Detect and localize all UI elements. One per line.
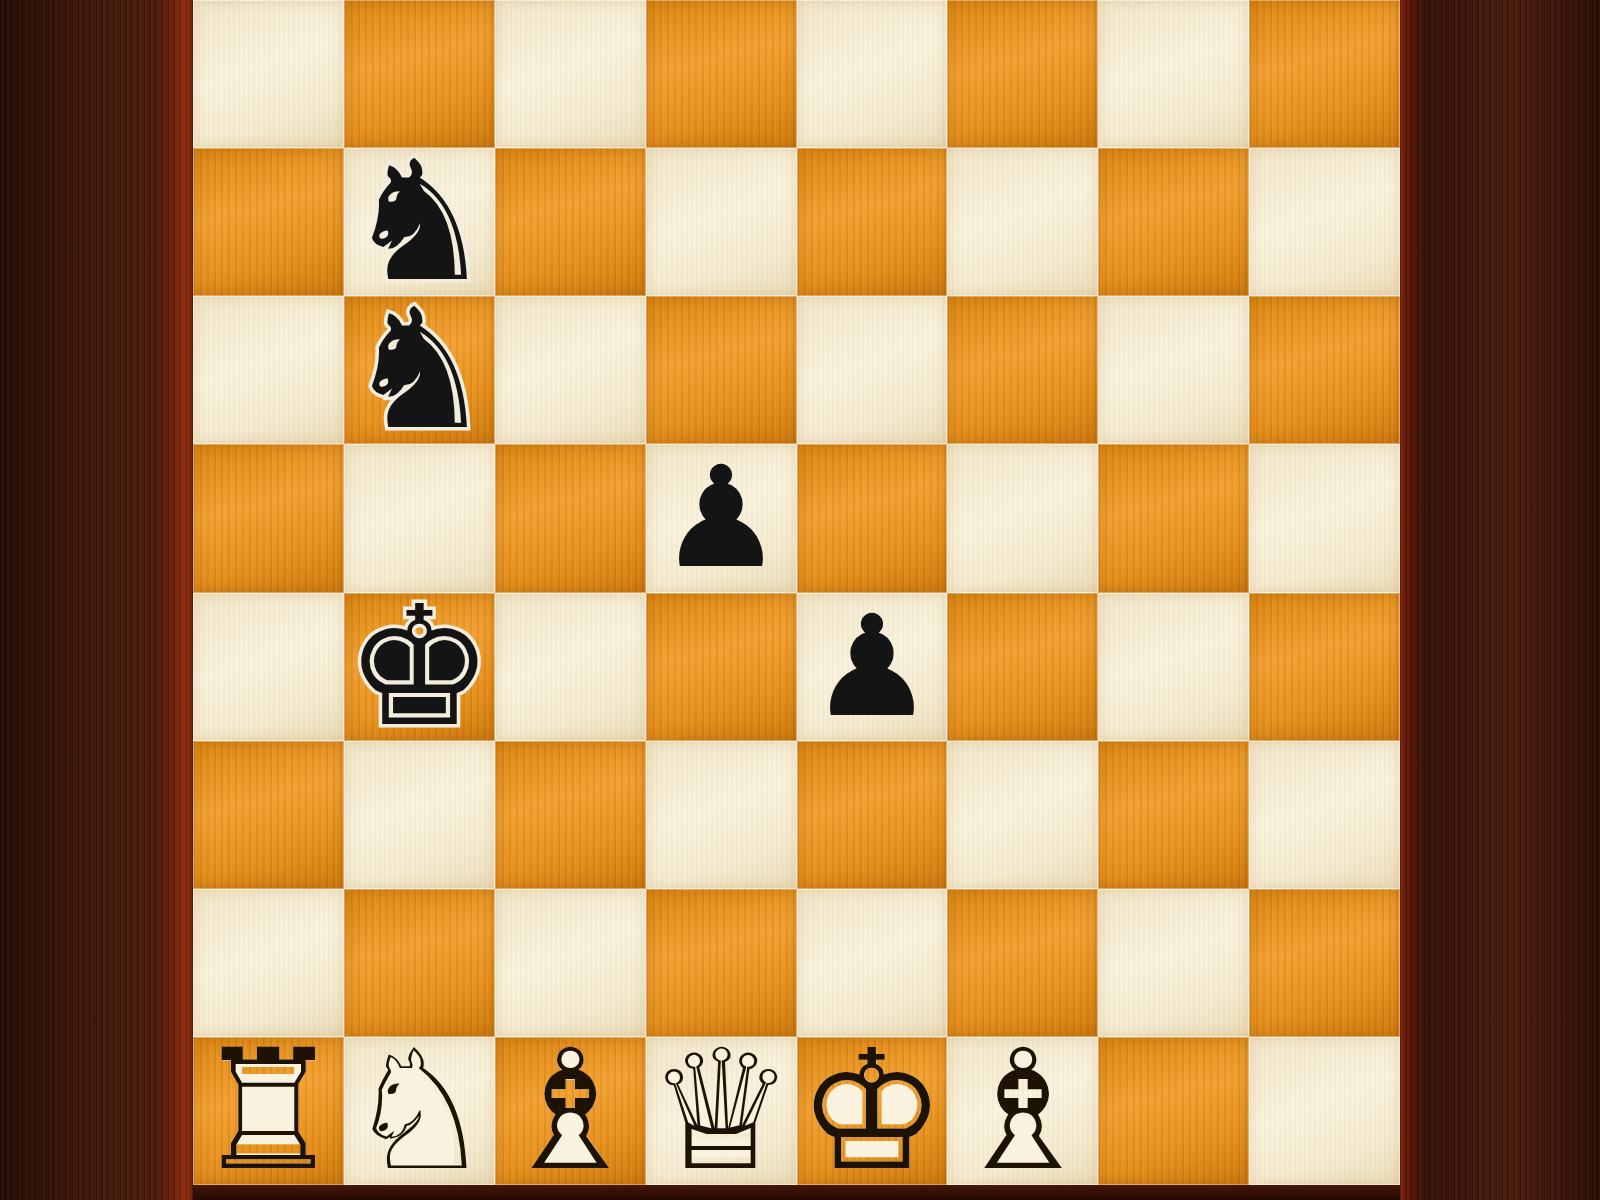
square-e6[interactable] xyxy=(797,296,948,444)
white-queen-outline: ♕ xyxy=(646,1037,797,1185)
square-g4[interactable] xyxy=(1098,593,1249,741)
square-c4[interactable] xyxy=(495,593,646,741)
square-h2[interactable] xyxy=(1249,889,1400,1037)
square-c6[interactable] xyxy=(495,296,646,444)
square-a5[interactable] xyxy=(193,444,344,592)
black-knight-b6[interactable]: ♞♞ xyxy=(344,296,495,444)
white-king-outline: ♔ xyxy=(797,1037,948,1185)
square-b1[interactable]: ♞♘ xyxy=(344,1037,495,1185)
square-a6[interactable] xyxy=(193,296,344,444)
square-d5[interactable]: ♟ xyxy=(646,444,797,592)
square-d8[interactable] xyxy=(646,0,797,148)
black-pawn-e4[interactable]: ♟ xyxy=(797,593,948,741)
square-b3[interactable] xyxy=(344,741,495,889)
square-h4[interactable] xyxy=(1249,593,1400,741)
square-h8[interactable] xyxy=(1249,0,1400,148)
square-c3[interactable] xyxy=(495,741,646,889)
black-king-b4[interactable]: ♚♚ xyxy=(344,593,495,741)
square-g8[interactable] xyxy=(1098,0,1249,148)
square-b6[interactable]: ♞♞ xyxy=(344,296,495,444)
black-pawn-d5[interactable]: ♟ xyxy=(646,444,797,592)
square-d4[interactable] xyxy=(646,593,797,741)
square-g1[interactable] xyxy=(1098,1037,1249,1185)
square-c8[interactable] xyxy=(495,0,646,148)
square-h6[interactable] xyxy=(1249,296,1400,444)
white-rook-outline: ♖ xyxy=(193,1037,344,1185)
square-g5[interactable] xyxy=(1098,444,1249,592)
square-c1[interactable]: ♝♗ xyxy=(495,1037,646,1185)
square-c7[interactable] xyxy=(495,148,646,296)
square-f1[interactable]: ♝♗ xyxy=(947,1037,1098,1185)
square-h1[interactable] xyxy=(1249,1037,1400,1185)
square-g2[interactable] xyxy=(1098,889,1249,1037)
black-pawn-fill: ♟ xyxy=(646,444,797,592)
square-f7[interactable] xyxy=(947,148,1098,296)
square-a3[interactable] xyxy=(193,741,344,889)
square-h7[interactable] xyxy=(1249,148,1400,296)
chess-board: ♞♞♞♞♟♚♚♟♜♖♞♘♝♗♛♕♚♔♝♗ xyxy=(193,0,1400,1185)
white-queen-d1[interactable]: ♛♕ xyxy=(646,1037,797,1185)
white-bishop-c1[interactable]: ♝♗ xyxy=(495,1037,646,1185)
square-e8[interactable] xyxy=(797,0,948,148)
black-knight-fill: ♞ xyxy=(344,296,495,444)
white-knight-outline: ♘ xyxy=(344,1037,495,1185)
white-bishop-outline: ♗ xyxy=(495,1037,646,1185)
square-f4[interactable] xyxy=(947,593,1098,741)
square-e3[interactable] xyxy=(797,741,948,889)
square-d7[interactable] xyxy=(646,148,797,296)
square-d3[interactable] xyxy=(646,741,797,889)
black-pawn-fill: ♟ xyxy=(797,593,948,741)
square-h5[interactable] xyxy=(1249,444,1400,592)
board-frame-right xyxy=(1400,0,1600,1200)
square-f8[interactable] xyxy=(947,0,1098,148)
square-g6[interactable] xyxy=(1098,296,1249,444)
square-b4[interactable]: ♚♚ xyxy=(344,593,495,741)
white-bishop-f1[interactable]: ♝♗ xyxy=(947,1037,1098,1185)
square-e5[interactable] xyxy=(797,444,948,592)
square-e7[interactable] xyxy=(797,148,948,296)
white-bishop-outline: ♗ xyxy=(947,1037,1098,1185)
square-a4[interactable] xyxy=(193,593,344,741)
square-f3[interactable] xyxy=(947,741,1098,889)
square-a7[interactable] xyxy=(193,148,344,296)
square-a1[interactable]: ♜♖ xyxy=(193,1037,344,1185)
square-d1[interactable]: ♛♕ xyxy=(646,1037,797,1185)
square-c5[interactable] xyxy=(495,444,646,592)
square-f6[interactable] xyxy=(947,296,1098,444)
square-d6[interactable] xyxy=(646,296,797,444)
white-king-e1[interactable]: ♚♔ xyxy=(797,1037,948,1185)
square-h3[interactable] xyxy=(1249,741,1400,889)
square-e4[interactable]: ♟ xyxy=(797,593,948,741)
square-g3[interactable] xyxy=(1098,741,1249,889)
square-f5[interactable] xyxy=(947,444,1098,592)
black-king-fill: ♚ xyxy=(344,593,495,741)
square-g7[interactable] xyxy=(1098,148,1249,296)
square-e1[interactable]: ♚♔ xyxy=(797,1037,948,1185)
white-rook-a1[interactable]: ♜♖ xyxy=(193,1037,344,1185)
board-frame-left xyxy=(0,0,193,1200)
square-a8[interactable] xyxy=(193,0,344,148)
white-knight-b1[interactable]: ♞♘ xyxy=(344,1037,495,1185)
